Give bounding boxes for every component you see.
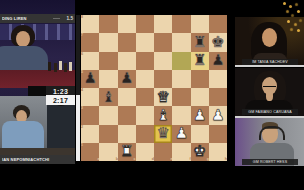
square-c8 (118, 15, 136, 33)
table-chess-pieces (48, 62, 51, 71)
square-b4: ♝ (99, 88, 117, 106)
square-b3 (99, 106, 117, 124)
square-c1: c♜ (118, 143, 136, 161)
cam-divider (235, 65, 304, 67)
square-c4 (118, 88, 136, 106)
hand-on-chin (266, 90, 273, 101)
nametag-robert-hess: GM ROBERT HESS (242, 159, 298, 165)
square-h8 (209, 15, 227, 33)
rank-label: 2 (81, 125, 83, 129)
webcam-robert-hess: GM ROBERT HESS (235, 118, 304, 166)
rank-label: 4 (81, 88, 83, 92)
square-f8 (172, 15, 190, 33)
square-c7 (118, 33, 136, 51)
square-g2 (191, 125, 209, 143)
file-label: h (225, 157, 227, 161)
square-d3 (136, 106, 154, 124)
player-score: 1.5 (66, 16, 73, 21)
rank-label: 6 (81, 52, 83, 56)
white-king: ♚ (193, 144, 206, 159)
square-c3 (118, 106, 136, 124)
player-name: DING LIREN (2, 16, 27, 21)
square-b1: b (99, 143, 117, 161)
square-a8: 8 (81, 15, 99, 33)
square-a1: 1a (81, 143, 99, 161)
white-pawn: ♟ (175, 126, 188, 141)
square-c6 (118, 52, 136, 70)
square-d6 (136, 52, 154, 70)
square-a7: 7 (81, 33, 99, 51)
square-b2 (99, 125, 117, 143)
square-g1: g♚ (191, 143, 209, 161)
square-e3: ♝ (154, 106, 172, 124)
player-name: IAN NEPOMNIACHTCHI (2, 157, 49, 162)
glasses (263, 83, 276, 87)
square-f6 (172, 52, 190, 70)
black-pawn: ♟ (211, 53, 224, 68)
commentator-name: GM FABIANO CARUANA (248, 110, 291, 114)
square-d5 (136, 70, 154, 88)
square-h3: ♟ (209, 106, 227, 124)
square-e2: ♛ (154, 125, 172, 143)
player-face (16, 31, 30, 47)
square-b7 (99, 33, 117, 51)
square-d8 (136, 15, 154, 33)
square-a3: 3 (81, 106, 99, 124)
square-h1: h (209, 143, 227, 161)
square-d1: d (136, 143, 154, 161)
broadcast-frame: DING LIREN 1.5 1:23 2:17 IAN NEPOMNIACHT… (0, 0, 304, 190)
square-b6 (99, 52, 117, 70)
rank-label: 5 (81, 70, 83, 74)
white-bishop: ♝ (156, 108, 169, 123)
square-a4: 4 (81, 88, 99, 106)
square-f7 (172, 33, 190, 51)
square-e1: e (154, 143, 172, 161)
gold-bokeh (287, 20, 290, 23)
rank-label: 1 (81, 143, 83, 147)
black-pawn: ♟ (120, 71, 133, 86)
white-pawn: ♟ (193, 108, 206, 123)
black-king: ♚ (211, 35, 224, 50)
square-b5 (99, 70, 117, 88)
square-f1: f (172, 143, 190, 161)
square-e4: ♛ (154, 88, 172, 106)
nameplate-nepomniachtchi: IAN NEPOMNIACHTCHI 1.5 (0, 155, 75, 164)
nameplate-ding: DING LIREN 1.5 (0, 14, 75, 23)
black-rook: ♜ (193, 35, 206, 50)
black-rook: ♜ (193, 53, 206, 68)
commentator-name: IM TANIA SACHDEV (252, 60, 288, 64)
webcam-fabiano-caruana: GM FABIANO CARUANA (235, 68, 304, 116)
square-g7: ♜ (191, 33, 209, 51)
white-pawn: ♟ (211, 108, 224, 123)
clock-nepomniachtchi: 2:17 (46, 95, 75, 105)
square-h5 (209, 70, 227, 88)
square-c5: ♟ (118, 70, 136, 88)
white-rook: ♜ (120, 144, 133, 159)
square-h2 (209, 125, 227, 143)
square-f2: ♟ (172, 125, 190, 143)
square-h4 (209, 88, 227, 106)
square-g3: ♟ (191, 106, 209, 124)
square-g4 (191, 88, 209, 106)
eval-black-portion (76, 15, 80, 95)
square-b8 (99, 15, 117, 33)
black-bishop: ♝ (102, 90, 115, 105)
rank-label: 8 (81, 15, 83, 19)
square-a6: 6 (81, 52, 99, 70)
commentator-name: GM ROBERT HESS (252, 160, 286, 164)
score-divider (53, 18, 60, 19)
nametag-fabiano-caruana: GM FABIANO CARUANA (242, 109, 298, 115)
square-h7: ♚ (209, 33, 227, 51)
black-queen: ♛ (156, 126, 169, 141)
gold-sparkles (283, 2, 286, 5)
rank-label: 7 (81, 33, 83, 37)
square-f5 (172, 70, 190, 88)
square-g8 (191, 15, 209, 33)
square-g5 (191, 70, 209, 88)
square-a5: 5♟ (81, 70, 99, 88)
eval-white-portion (76, 95, 80, 161)
square-d2 (136, 125, 154, 143)
square-e7 (154, 33, 172, 51)
square-e8 (154, 15, 172, 33)
eval-bar (76, 15, 80, 161)
square-g6: ♜ (191, 52, 209, 70)
square-f3 (172, 106, 190, 124)
square-a2: 2 (81, 125, 99, 143)
chess-board: 87♜♚6♜♟5♟♟4♝♛3♝♟♟2♛♟1abc♜defg♚h (81, 15, 227, 161)
white-queen: ♛ (156, 90, 169, 105)
square-h6: ♟ (209, 52, 227, 70)
webcam-tania-sachdev: IM TANIA SACHDEV (235, 17, 304, 66)
square-d4 (136, 88, 154, 106)
square-f4 (172, 88, 190, 106)
square-c2 (118, 125, 136, 143)
rank-label: 3 (81, 106, 83, 110)
headphones (259, 126, 285, 140)
black-pawn: ♟ (83, 71, 96, 86)
square-e5 (154, 70, 172, 88)
square-d7 (136, 33, 154, 51)
commentator-face (262, 28, 277, 47)
square-e6 (154, 52, 172, 70)
player-video-nepomniachtchi (0, 96, 75, 164)
